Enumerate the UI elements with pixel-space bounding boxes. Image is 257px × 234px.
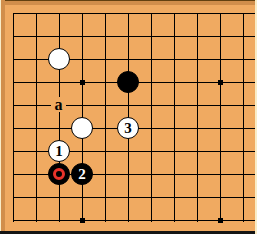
black-stone: 2 xyxy=(71,163,93,185)
white-stone: 1 xyxy=(48,140,70,162)
grid-line-vertical xyxy=(13,13,14,222)
star-point xyxy=(218,80,223,85)
grid-line-vertical xyxy=(197,13,198,222)
board-frame-left xyxy=(0,0,5,234)
board-frame-top xyxy=(0,0,257,5)
grid-line-vertical xyxy=(59,13,60,222)
black-stone xyxy=(48,163,70,185)
black-stone xyxy=(117,71,139,93)
star-point xyxy=(80,218,85,223)
stone-number: 1 xyxy=(55,144,63,159)
grid-line-horizontal xyxy=(13,197,255,198)
white-stone xyxy=(48,48,70,70)
grid-line-vertical xyxy=(36,13,37,222)
board-label-a: a xyxy=(51,97,66,112)
board-cut-edge-bottom xyxy=(0,231,255,234)
grid-line-vertical xyxy=(105,13,106,222)
stone-number: 2 xyxy=(78,167,86,182)
circle-marker xyxy=(53,168,65,180)
grid-line-horizontal xyxy=(13,105,255,106)
star-point xyxy=(218,218,223,223)
grid-line-horizontal xyxy=(13,13,255,14)
white-stone: 3 xyxy=(117,117,139,139)
grid-line-vertical xyxy=(220,13,221,222)
stone-number: 3 xyxy=(124,121,132,136)
board-cut-edge-right xyxy=(255,0,257,234)
grid-line-vertical xyxy=(151,13,152,222)
grid-line-horizontal xyxy=(13,36,255,37)
grid-line-vertical xyxy=(243,13,244,222)
white-stone xyxy=(71,117,93,139)
star-point xyxy=(80,80,85,85)
go-board-diagram: a312 xyxy=(0,0,257,234)
grid-line-vertical xyxy=(174,13,175,222)
